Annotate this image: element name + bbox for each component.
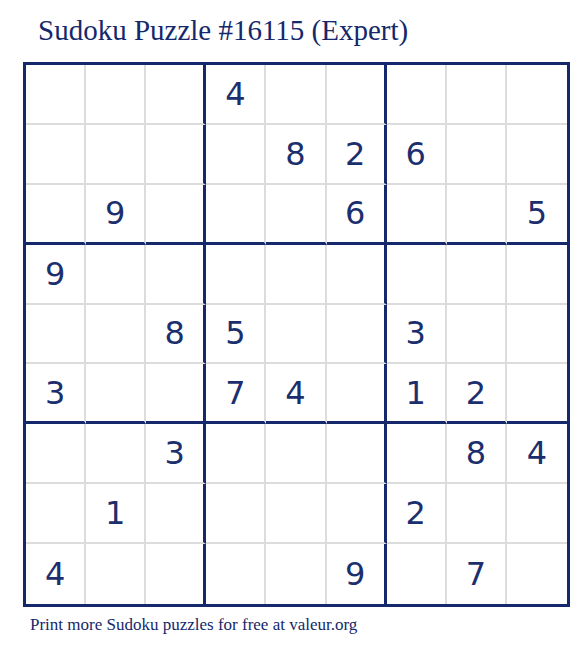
cell-r8c8[interactable] xyxy=(447,484,507,544)
cell-r6c1[interactable]: 3 xyxy=(26,364,86,424)
cell-r8c7[interactable]: 2 xyxy=(387,484,447,544)
cell-r1c3[interactable] xyxy=(146,65,206,125)
cell-r3c5[interactable] xyxy=(266,185,326,245)
cell-r3c7[interactable] xyxy=(387,185,447,245)
cell-r9c9[interactable] xyxy=(507,544,567,604)
cell-r4c9[interactable] xyxy=(507,245,567,305)
cell-r5c5[interactable] xyxy=(266,305,326,365)
cell-r6c5[interactable]: 4 xyxy=(266,364,326,424)
cell-r6c8[interactable]: 2 xyxy=(447,364,507,424)
cell-r2c7[interactable]: 6 xyxy=(387,125,447,185)
cell-r6c2[interactable] xyxy=(86,364,146,424)
cell-r6c7[interactable]: 1 xyxy=(387,364,447,424)
cell-r7c1[interactable] xyxy=(26,424,86,484)
cell-r5c1[interactable] xyxy=(26,305,86,365)
cell-r1c2[interactable] xyxy=(86,65,146,125)
cell-r7c7[interactable] xyxy=(387,424,447,484)
cell-r3c4[interactable] xyxy=(206,185,266,245)
cell-r7c9[interactable]: 4 xyxy=(507,424,567,484)
page: Sudoku Puzzle #16115 (Expert) 4826965985… xyxy=(0,0,580,651)
cell-r9c5[interactable] xyxy=(266,544,326,604)
cell-r4c1[interactable]: 9 xyxy=(26,245,86,305)
cell-r9c2[interactable] xyxy=(86,544,146,604)
cell-r4c3[interactable] xyxy=(146,245,206,305)
cell-r2c1[interactable] xyxy=(26,125,86,185)
cell-r7c5[interactable] xyxy=(266,424,326,484)
cell-r3c8[interactable] xyxy=(447,185,507,245)
cell-r6c3[interactable] xyxy=(146,364,206,424)
cell-r8c1[interactable] xyxy=(26,484,86,544)
cell-r7c6[interactable] xyxy=(327,424,387,484)
page-title: Sudoku Puzzle #16115 (Expert) xyxy=(38,12,408,48)
cell-r5c2[interactable] xyxy=(86,305,146,365)
cell-r8c2[interactable]: 1 xyxy=(86,484,146,544)
cell-r8c3[interactable] xyxy=(146,484,206,544)
cell-r4c8[interactable] xyxy=(447,245,507,305)
cell-r3c6[interactable]: 6 xyxy=(327,185,387,245)
footer-text: Print more Sudoku puzzles for free at va… xyxy=(30,613,357,637)
cell-r9c6[interactable]: 9 xyxy=(327,544,387,604)
cell-r5c6[interactable] xyxy=(327,305,387,365)
cell-r4c2[interactable] xyxy=(86,245,146,305)
cell-r7c4[interactable] xyxy=(206,424,266,484)
cell-r5c4[interactable]: 5 xyxy=(206,305,266,365)
cell-r8c9[interactable] xyxy=(507,484,567,544)
cell-r5c8[interactable] xyxy=(447,305,507,365)
cell-r5c3[interactable]: 8 xyxy=(146,305,206,365)
sudoku-board: 482696598533741238412497 xyxy=(23,62,570,607)
cell-r1c1[interactable] xyxy=(26,65,86,125)
cell-r1c8[interactable] xyxy=(447,65,507,125)
cell-r2c6[interactable]: 2 xyxy=(327,125,387,185)
cell-r9c1[interactable]: 4 xyxy=(26,544,86,604)
cell-r3c3[interactable] xyxy=(146,185,206,245)
cell-r2c9[interactable] xyxy=(507,125,567,185)
cell-r3c1[interactable] xyxy=(26,185,86,245)
cell-r9c4[interactable] xyxy=(206,544,266,604)
cell-r4c6[interactable] xyxy=(327,245,387,305)
cell-r7c2[interactable] xyxy=(86,424,146,484)
cell-r6c4[interactable]: 7 xyxy=(206,364,266,424)
cell-r4c7[interactable] xyxy=(387,245,447,305)
cell-r3c9[interactable]: 5 xyxy=(507,185,567,245)
cell-r4c4[interactable] xyxy=(206,245,266,305)
cell-r4c5[interactable] xyxy=(266,245,326,305)
cell-r9c7[interactable] xyxy=(387,544,447,604)
cell-r7c8[interactable]: 8 xyxy=(447,424,507,484)
cell-r5c9[interactable] xyxy=(507,305,567,365)
cell-r1c4[interactable]: 4 xyxy=(206,65,266,125)
cell-r7c3[interactable]: 3 xyxy=(146,424,206,484)
cell-r5c7[interactable]: 3 xyxy=(387,305,447,365)
cell-r6c9[interactable] xyxy=(507,364,567,424)
cell-r9c8[interactable]: 7 xyxy=(447,544,507,604)
cell-r2c4[interactable] xyxy=(206,125,266,185)
cell-r2c5[interactable]: 8 xyxy=(266,125,326,185)
cell-r9c3[interactable] xyxy=(146,544,206,604)
cell-r2c3[interactable] xyxy=(146,125,206,185)
cell-r8c6[interactable] xyxy=(327,484,387,544)
cell-r1c5[interactable] xyxy=(266,65,326,125)
cell-r2c8[interactable] xyxy=(447,125,507,185)
cell-r3c2[interactable]: 9 xyxy=(86,185,146,245)
cell-r8c4[interactable] xyxy=(206,484,266,544)
cell-r1c9[interactable] xyxy=(507,65,567,125)
cell-r1c6[interactable] xyxy=(327,65,387,125)
cell-r1c7[interactable] xyxy=(387,65,447,125)
cell-r2c2[interactable] xyxy=(86,125,146,185)
cell-r8c5[interactable] xyxy=(266,484,326,544)
cell-r6c6[interactable] xyxy=(327,364,387,424)
